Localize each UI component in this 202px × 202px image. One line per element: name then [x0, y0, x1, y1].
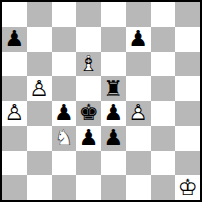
white-pawn-body: ♟ — [126, 101, 151, 126]
square-e1[interactable] — [101, 175, 126, 200]
white-pawn: ♙ — [126, 101, 151, 126]
white-pawn-body: ♟ — [27, 76, 52, 101]
square-f6[interactable] — [126, 52, 151, 77]
square-a5[interactable] — [2, 76, 27, 101]
square-h2[interactable] — [175, 151, 200, 176]
square-b4[interactable] — [27, 101, 52, 126]
square-a7[interactable]: ♟ — [2, 27, 27, 52]
black-pawn: ♟ — [2, 27, 27, 52]
black-king: ♚ — [76, 101, 101, 126]
square-b5[interactable]: ♟♙ — [27, 76, 52, 101]
square-g1[interactable] — [151, 175, 176, 200]
square-e3[interactable]: ♟ — [101, 126, 126, 151]
square-e4[interactable]: ♟ — [101, 101, 126, 126]
square-e5[interactable]: ♜ — [101, 76, 126, 101]
square-a1[interactable] — [2, 175, 27, 200]
square-f2[interactable] — [126, 151, 151, 176]
square-d2[interactable] — [76, 151, 101, 176]
square-h1[interactable]: ♚♔ — [175, 175, 200, 200]
square-c8[interactable] — [52, 2, 77, 27]
white-bishop: ♗ — [76, 52, 101, 77]
square-e7[interactable] — [101, 27, 126, 52]
white-pawn: ♙ — [2, 101, 27, 126]
square-d4[interactable]: ♚ — [76, 101, 101, 126]
black-pawn: ♟ — [76, 126, 101, 151]
square-c7[interactable] — [52, 27, 77, 52]
black-pawn: ♟ — [101, 126, 126, 151]
white-knight: ♘ — [52, 126, 77, 151]
square-f3[interactable] — [126, 126, 151, 151]
square-a3[interactable] — [2, 126, 27, 151]
square-h3[interactable] — [175, 126, 200, 151]
square-g5[interactable] — [151, 76, 176, 101]
square-g3[interactable] — [151, 126, 176, 151]
square-d7[interactable] — [76, 27, 101, 52]
square-d1[interactable] — [76, 175, 101, 200]
white-king: ♔ — [175, 175, 200, 200]
square-b6[interactable] — [27, 52, 52, 77]
square-b3[interactable] — [27, 126, 52, 151]
square-c5[interactable] — [52, 76, 77, 101]
square-c6[interactable] — [52, 52, 77, 77]
square-h6[interactable] — [175, 52, 200, 77]
white-pawn-body: ♟ — [2, 101, 27, 126]
square-b1[interactable] — [27, 175, 52, 200]
white-pawn: ♙ — [27, 76, 52, 101]
square-g4[interactable] — [151, 101, 176, 126]
square-f5[interactable] — [126, 76, 151, 101]
black-pawn: ♟ — [126, 27, 151, 52]
square-d6[interactable]: ♝♗ — [76, 52, 101, 77]
square-f1[interactable] — [126, 175, 151, 200]
square-c2[interactable] — [52, 151, 77, 176]
chess-board: ♟♟♝♗♟♙♜♟♙♟♚♟♟♙♞♘♟♟♚♔ — [0, 0, 202, 202]
square-h4[interactable] — [175, 101, 200, 126]
square-g7[interactable] — [151, 27, 176, 52]
square-f7[interactable]: ♟ — [126, 27, 151, 52]
square-b2[interactable] — [27, 151, 52, 176]
square-c4[interactable]: ♟ — [52, 101, 77, 126]
square-f4[interactable]: ♟♙ — [126, 101, 151, 126]
black-pawn: ♟ — [101, 101, 126, 126]
black-pawn: ♟ — [52, 101, 77, 126]
square-g2[interactable] — [151, 151, 176, 176]
square-d3[interactable]: ♟ — [76, 126, 101, 151]
square-a8[interactable] — [2, 2, 27, 27]
white-knight-body: ♞ — [52, 126, 77, 151]
square-c3[interactable]: ♞♘ — [52, 126, 77, 151]
square-h7[interactable] — [175, 27, 200, 52]
square-b8[interactable] — [27, 2, 52, 27]
square-a6[interactable] — [2, 52, 27, 77]
square-h8[interactable] — [175, 2, 200, 27]
white-king-body: ♚ — [175, 175, 200, 200]
square-f8[interactable] — [126, 2, 151, 27]
black-rook: ♜ — [101, 76, 126, 101]
square-e8[interactable] — [101, 2, 126, 27]
square-e2[interactable] — [101, 151, 126, 176]
white-bishop-body: ♝ — [76, 52, 101, 77]
square-e6[interactable] — [101, 52, 126, 77]
square-g8[interactable] — [151, 2, 176, 27]
square-d5[interactable] — [76, 76, 101, 101]
square-g6[interactable] — [151, 52, 176, 77]
square-b7[interactable] — [27, 27, 52, 52]
square-a4[interactable]: ♟♙ — [2, 101, 27, 126]
square-h5[interactable] — [175, 76, 200, 101]
square-a2[interactable] — [2, 151, 27, 176]
square-c1[interactable] — [52, 175, 77, 200]
square-d8[interactable] — [76, 2, 101, 27]
